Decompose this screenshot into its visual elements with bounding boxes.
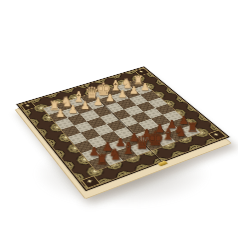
square: ♜: [88, 157, 109, 171]
star-icon: ✦: [23, 103, 32, 109]
white-pawn: ♟: [68, 105, 78, 115]
corner-medallion-icon: ✦: [207, 130, 226, 141]
black-rook: ♜: [95, 153, 108, 166]
product-photo: ✦ ✦ ✦ ✦ ♜♞♝♛♚♝♞♜♟♟♟♟♟♟♟♟♟♟♟♟♟♟♟♟♜♞♝♛♚♝♞♜: [0, 0, 238, 238]
black-knight: ♞: [174, 125, 187, 138]
star-icon: ✦: [85, 178, 96, 186]
black-queen: ♛: [134, 135, 150, 152]
black-knight: ♞: [109, 148, 123, 162]
white-pawn: ♟: [106, 94, 115, 104]
black-rook: ♜: [187, 121, 199, 133]
white-pawn: ♟: [141, 83, 150, 92]
corner-medallion-icon: ✦: [19, 101, 36, 111]
black-bishop: ♝: [122, 142, 137, 157]
white-pawn: ♟: [81, 101, 91, 111]
star-icon: ✦: [211, 132, 222, 138]
corner-medallion-icon: ✦: [80, 175, 100, 188]
white-pawn: ♟: [129, 86, 138, 96]
square: ♟: [48, 111, 67, 122]
white-pawn: ♟: [118, 90, 127, 100]
white-pawn: ♟: [55, 109, 65, 119]
white-pawn: ♟: [93, 97, 103, 107]
